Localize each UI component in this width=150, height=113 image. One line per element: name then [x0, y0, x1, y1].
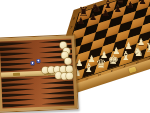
die[interactable]	[31, 61, 35, 65]
chess-piece[interactable]: ♜	[144, 40, 150, 57]
chess-piece[interactable]: ♟	[148, 0, 150, 6]
brass-latch[interactable]	[129, 66, 137, 73]
backgammon-checker[interactable]	[64, 57, 71, 64]
backgammon-case	[0, 34, 79, 112]
product-photo-stage: ♜♞♝♛♚♝♞♜♟♟♟♟♟♟♟♟♟♟♟♟♟♟♟♟♜♞♝♛♚♝♞♜ ABCDEFG…	[0, 0, 150, 113]
die[interactable]	[36, 59, 40, 63]
square[interactable]: ♜	[144, 45, 150, 58]
backgammon-checker[interactable]	[66, 73, 73, 80]
backgammon-items-layer	[0, 35, 78, 111]
backgammon-checker[interactable]	[65, 66, 72, 73]
